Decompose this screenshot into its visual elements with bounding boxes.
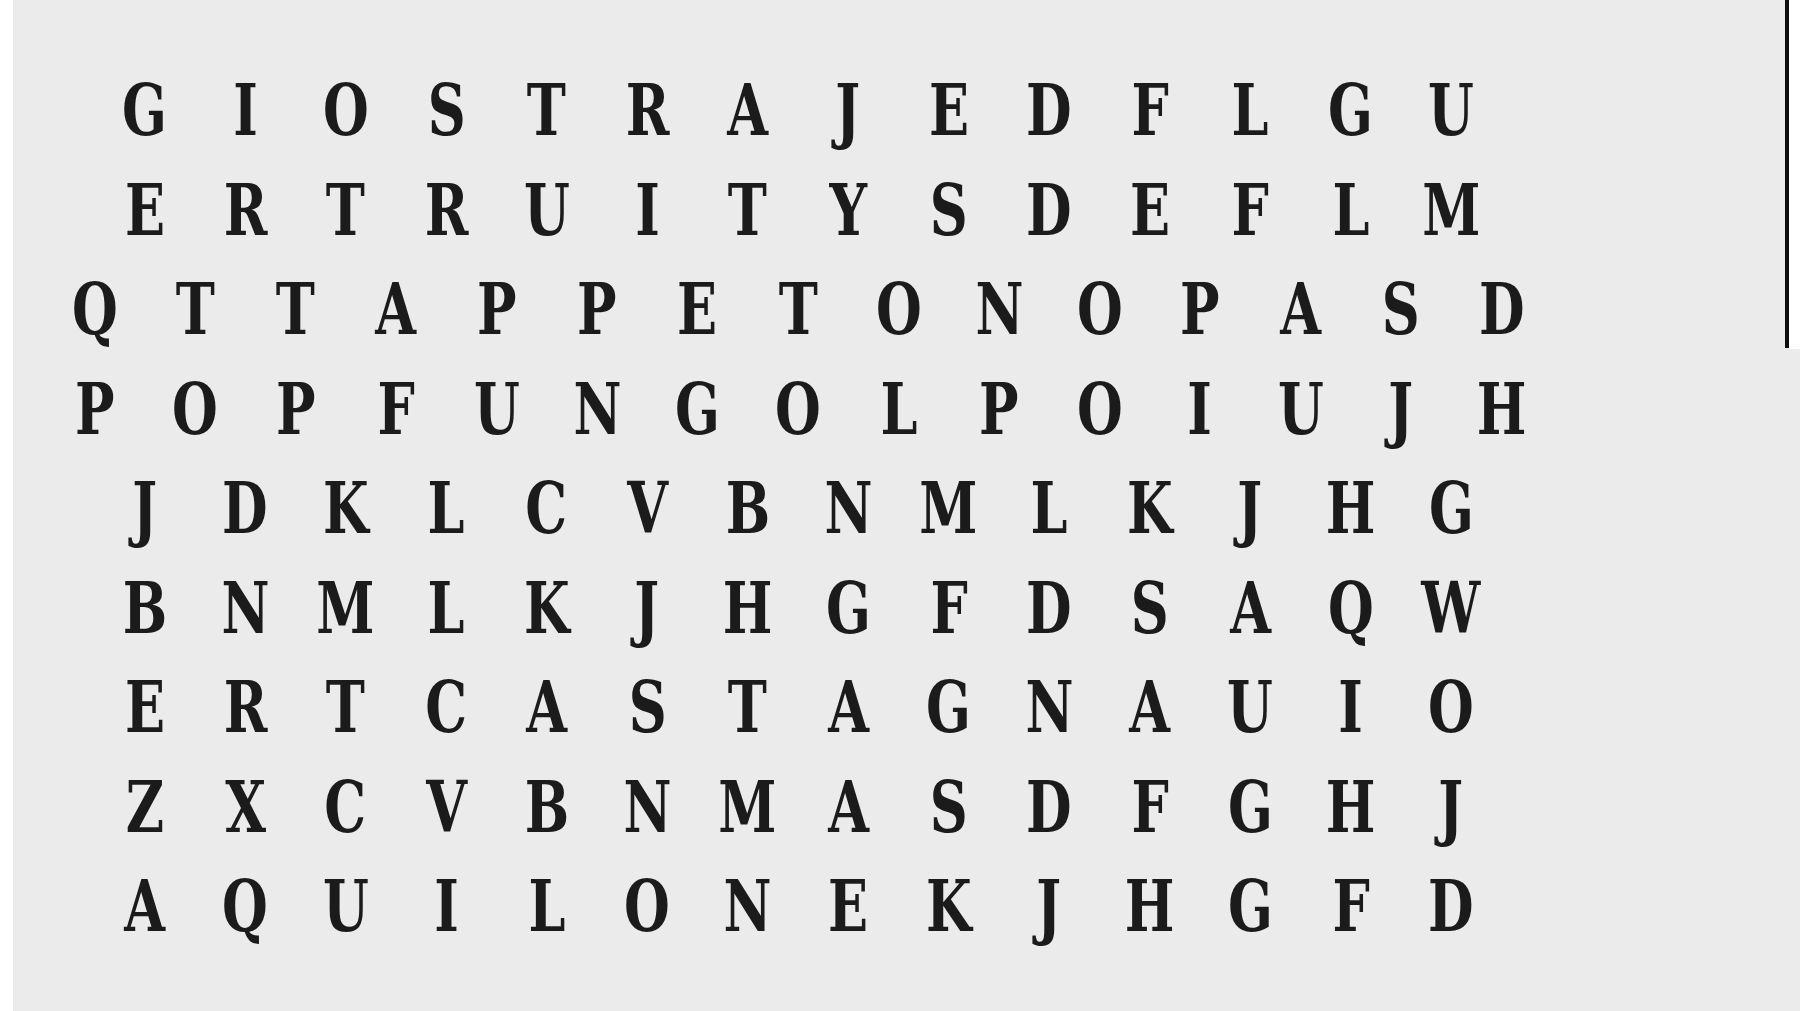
grid-cell[interactable]: E	[899, 59, 1000, 159]
grid-letter: I	[233, 71, 258, 146]
grid-cell[interactable]: P	[446, 258, 547, 358]
grid-cell[interactable]: U	[1401, 59, 1502, 159]
grid-cell[interactable]: F	[1100, 756, 1201, 856]
grid-letter: E	[677, 270, 717, 345]
grid-letter: J	[1238, 469, 1263, 544]
grid-cell[interactable]: C	[396, 656, 497, 756]
grid-cell[interactable]: G	[1401, 457, 1502, 557]
grid-cell[interactable]: L	[396, 457, 497, 557]
grid-letter: F	[1332, 867, 1369, 942]
grid-letter: L	[1232, 71, 1269, 146]
grid-letter: A	[1280, 270, 1321, 345]
grid-cell[interactable]: S	[1351, 258, 1452, 358]
grid-cell[interactable]: L	[1301, 159, 1402, 259]
grid-letter: L	[880, 370, 917, 445]
grid-cell[interactable]: S	[1100, 557, 1201, 657]
board-row: QTTAPPETONOPASD	[13, 258, 1583, 358]
grid-letter: A	[828, 768, 869, 843]
grid-letter: R	[223, 668, 267, 743]
grid-letter: A	[376, 270, 417, 345]
grid-cell[interactable]: A	[95, 855, 196, 955]
grid-cell[interactable]: P	[44, 358, 145, 458]
grid-letter: B	[726, 469, 770, 544]
grid-cell[interactable]: D	[999, 159, 1100, 259]
grid-letter: P	[276, 370, 316, 445]
grid-cell[interactable]: N	[949, 258, 1050, 358]
grid-cell[interactable]: K	[497, 557, 598, 657]
grid-cell[interactable]: A	[1250, 258, 1351, 358]
board-row: AQUILONEKJHGFD	[13, 855, 1583, 955]
board-row: ERTRUITYSDEFLM	[13, 159, 1583, 259]
grid-letter: H	[1326, 469, 1376, 544]
grid-letter: T	[175, 270, 214, 345]
grid-cell[interactable]: B	[497, 756, 598, 856]
grid-cell[interactable]: F	[346, 358, 447, 458]
grid-letter: P	[75, 370, 115, 445]
grid-cell[interactable]: L	[396, 557, 497, 657]
grid-letter: N	[824, 469, 872, 544]
grid-cell[interactable]: F	[1301, 855, 1402, 955]
grid-cell[interactable]: H	[1100, 855, 1201, 955]
grid-cell[interactable]: T	[698, 159, 799, 259]
grid-cell[interactable]: B	[95, 557, 196, 657]
grid-letter: G	[926, 668, 971, 743]
grid-cell[interactable]: V	[396, 756, 497, 856]
grid-letter: Q	[1328, 569, 1374, 644]
grid-letter: A	[1230, 569, 1271, 644]
grid-cell[interactable]: O	[145, 358, 246, 458]
grid-letter: G	[1429, 469, 1474, 544]
grid-letter: V	[627, 469, 668, 544]
grid-letter: P	[577, 270, 617, 345]
grid-letter: I	[635, 171, 660, 246]
grid-cell[interactable]: N	[597, 756, 698, 856]
grid-cell[interactable]: E	[647, 258, 748, 358]
grid-cell[interactable]: S	[899, 159, 1000, 259]
grid-letter: U	[474, 370, 520, 445]
grid-letter: D	[1026, 569, 1072, 644]
grid-cell[interactable]: T	[245, 258, 346, 358]
grid-letter: K	[524, 569, 570, 644]
grid-letter: D	[1428, 867, 1474, 942]
grid-letter: U	[1278, 370, 1324, 445]
grid-letter: C	[526, 469, 568, 544]
grid-cell[interactable]: T	[145, 258, 246, 358]
grid-letter: D	[1026, 171, 1072, 246]
grid-letter: J	[836, 71, 861, 146]
grid-cell[interactable]: T	[748, 258, 849, 358]
grid-letter: F	[377, 370, 414, 445]
grid-cell[interactable]: G	[95, 59, 196, 159]
grid-cell[interactable]: I	[1150, 358, 1251, 458]
grid-cell[interactable]: O	[296, 59, 397, 159]
grid-letter: R	[223, 171, 267, 246]
grid-letter: S	[427, 71, 465, 146]
grid-cell[interactable]: O	[597, 855, 698, 955]
grid-cell[interactable]: A	[1200, 557, 1301, 657]
grid-cell[interactable]: U	[296, 855, 397, 955]
grid-cell[interactable]: S	[899, 756, 1000, 856]
grid-letter: R	[625, 71, 669, 146]
grid-letter: G	[675, 370, 720, 445]
grid-cell[interactable]: K	[1100, 457, 1201, 557]
grid-letter: A	[124, 867, 165, 942]
grid-letter: J	[132, 469, 157, 544]
grid-cell[interactable]: G	[647, 358, 748, 458]
grid-cell[interactable]: E	[95, 159, 196, 259]
grid-cell[interactable]: K	[899, 855, 1000, 955]
grid-letter: M	[920, 469, 978, 544]
grid-cell[interactable]: S	[597, 656, 698, 756]
grid-cell[interactable]: F	[1100, 59, 1201, 159]
grid-letter: S	[930, 768, 968, 843]
grid-letter: B	[123, 569, 167, 644]
grid-letter: E	[125, 171, 165, 246]
grid-cell[interactable]: P	[245, 358, 346, 458]
grid-letter: E	[929, 71, 969, 146]
word-search-board: GIOSTRAJEDFLGUERTRUITYSDEFLMQTTAPPETONOP…	[13, 59, 1583, 955]
grid-cell[interactable]: U	[497, 159, 598, 259]
grid-cell[interactable]: H	[1301, 756, 1402, 856]
grid-letter: T	[326, 171, 365, 246]
grid-cell[interactable]: I	[195, 59, 296, 159]
grid-letter: N	[1025, 668, 1073, 743]
grid-cell[interactable]: S	[396, 59, 497, 159]
grid-letter: A	[1129, 668, 1170, 743]
grid-cell[interactable]: D	[195, 457, 296, 557]
grid-letter: B	[525, 768, 569, 843]
grid-cell[interactable]: T	[296, 656, 397, 756]
grid-cell[interactable]: O	[1401, 656, 1502, 756]
grid-letter: R	[424, 171, 468, 246]
grid-cell[interactable]: P	[949, 358, 1050, 458]
grid-letter: T	[728, 668, 767, 743]
grid-cell[interactable]: Z	[95, 756, 196, 856]
grid-cell[interactable]: H	[1301, 457, 1402, 557]
grid-letter: U	[1428, 71, 1474, 146]
grid-letter: N	[975, 270, 1023, 345]
grid-letter: G	[1228, 768, 1273, 843]
grid-letter: A	[727, 71, 768, 146]
grid-cell[interactable]: U	[446, 358, 547, 458]
grid-cell[interactable]: Q	[1301, 557, 1402, 657]
grid-letter: D	[1026, 768, 1072, 843]
grid-letter: E	[125, 668, 165, 743]
grid-cell[interactable]: C	[497, 457, 598, 557]
grid-letter: O	[172, 370, 218, 445]
grid-cell[interactable]: G	[798, 557, 899, 657]
grid-cell[interactable]: I	[396, 855, 497, 955]
grid-letter: O	[624, 867, 670, 942]
grid-cell[interactable]: D	[999, 557, 1100, 657]
grid-letter: H	[1125, 867, 1175, 942]
grid-cell[interactable]: M	[698, 756, 799, 856]
grid-letter: K	[1127, 469, 1173, 544]
grid-letter: M	[719, 768, 777, 843]
board-row: JDKLCVBNMLKJHG	[13, 457, 1583, 557]
grid-letter: L	[1332, 171, 1369, 246]
grid-letter: G	[1328, 71, 1373, 146]
grid-letter: U	[1227, 668, 1273, 743]
grid-letter: N	[573, 370, 621, 445]
grid-cell[interactable]: G	[1200, 756, 1301, 856]
grid-letter: I	[1338, 668, 1363, 743]
grid-cell[interactable]: J	[999, 855, 1100, 955]
grid-cell[interactable]: B	[698, 457, 799, 557]
grid-cell[interactable]: C	[296, 756, 397, 856]
grid-cell[interactable]: T	[497, 59, 598, 159]
grid-cell[interactable]: A	[346, 258, 447, 358]
grid-letter: F	[1131, 768, 1168, 843]
grid-letter: P	[477, 270, 517, 345]
grid-letter: G	[826, 569, 871, 644]
grid-cell[interactable]: J	[1401, 756, 1502, 856]
grid-cell[interactable]: W	[1401, 557, 1502, 657]
grid-letter: I	[1188, 370, 1213, 445]
grid-letter: J	[1037, 867, 1062, 942]
grid-letter: N	[623, 768, 671, 843]
grid-letter: O	[1077, 370, 1123, 445]
grid-letter: K	[926, 867, 972, 942]
grid-cell[interactable]: N	[698, 855, 799, 955]
grid-letter: E	[828, 867, 868, 942]
grid-letter: S	[1131, 569, 1169, 644]
grid-letter: A	[526, 668, 567, 743]
grid-letter: J	[635, 569, 660, 644]
grid-cell[interactable]: U	[1250, 358, 1351, 458]
grid-cell[interactable]: V	[597, 457, 698, 557]
grid-letter: Z	[126, 768, 164, 843]
grid-cell[interactable]: F	[899, 557, 1000, 657]
grid-cell[interactable]: E	[1100, 159, 1201, 259]
grid-letter: M	[317, 569, 375, 644]
grid-cell[interactable]: L	[848, 358, 949, 458]
grid-cell[interactable]: D	[1451, 258, 1552, 358]
grid-letter: F	[930, 569, 967, 644]
page-root: { "game": "word-search", "board": { "row…	[0, 0, 1800, 1011]
grid-letter: C	[425, 668, 467, 743]
grid-letter: F	[1232, 171, 1269, 246]
grid-cell[interactable]: P	[547, 258, 648, 358]
grid-letter: T	[728, 171, 767, 246]
grid-letter: O	[775, 370, 821, 445]
grid-cell[interactable]: P	[1150, 258, 1251, 358]
grid-letter: P	[1180, 270, 1220, 345]
board-row: GIOSTRAJEDFLGU	[13, 59, 1583, 159]
grid-cell[interactable]: A	[1100, 656, 1201, 756]
grid-letter: T	[326, 668, 365, 743]
grid-cell[interactable]: X	[195, 756, 296, 856]
grid-letter: F	[1131, 71, 1168, 146]
grid-cell[interactable]: R	[396, 159, 497, 259]
grid-letter: L	[528, 867, 565, 942]
grid-letter: H	[723, 569, 773, 644]
grid-letter: J	[1439, 768, 1464, 843]
grid-letter: N	[724, 867, 772, 942]
grid-cell[interactable]: R	[597, 59, 698, 159]
grid-cell[interactable]: D	[999, 59, 1100, 159]
grid-letter: L	[1031, 469, 1068, 544]
grid-cell[interactable]: O	[848, 258, 949, 358]
grid-letter: I	[434, 867, 459, 942]
grid-cell[interactable]: N	[798, 457, 899, 557]
right-edge-strip	[1789, 0, 1800, 349]
grid-letter: L	[428, 569, 465, 644]
grid-cell[interactable]: J	[1200, 457, 1301, 557]
grid-cell[interactable]: T	[698, 656, 799, 756]
grid-cell[interactable]: E	[798, 855, 899, 955]
grid-letter: D	[222, 469, 268, 544]
grid-cell[interactable]: J	[597, 557, 698, 657]
grid-cell[interactable]: A	[698, 59, 799, 159]
grid-letter: V	[426, 768, 467, 843]
grid-letter: P	[979, 370, 1019, 445]
grid-letter: E	[1130, 171, 1170, 246]
grid-cell[interactable]: N	[547, 358, 648, 458]
grid-letter: S	[1382, 270, 1420, 345]
grid-cell[interactable]: J	[798, 59, 899, 159]
left-margin-strip	[0, 0, 13, 1011]
grid-letter: Q	[72, 270, 118, 345]
board-row: BNMLKJHGFDSAQW	[13, 557, 1583, 657]
grid-letter: G	[1228, 867, 1273, 942]
grid-cell[interactable]: G	[1200, 855, 1301, 955]
grid-letter: H	[1326, 768, 1376, 843]
scrollbar-thumb[interactable]	[1785, 0, 1789, 348]
grid-cell[interactable]: U	[1200, 656, 1301, 756]
grid-cell[interactable]: L	[1200, 59, 1301, 159]
grid-letter: D	[1479, 270, 1525, 345]
grid-cell[interactable]: L	[497, 855, 598, 955]
grid-cell[interactable]: N	[999, 656, 1100, 756]
grid-cell[interactable]: J	[1351, 358, 1452, 458]
grid-letter: O	[323, 71, 369, 146]
grid-letter: A	[828, 668, 869, 743]
grid-cell[interactable]: T	[296, 159, 397, 259]
grid-cell[interactable]: Q	[195, 855, 296, 955]
grid-cell[interactable]: R	[195, 656, 296, 756]
grid-cell[interactable]: G	[899, 656, 1000, 756]
grid-cell[interactable]: I	[1301, 656, 1402, 756]
grid-letter: C	[325, 768, 367, 843]
grid-cell[interactable]: M	[1401, 159, 1502, 259]
grid-cell[interactable]: A	[798, 756, 899, 856]
grid-letter: O	[1077, 270, 1123, 345]
grid-cell[interactable]: M	[296, 557, 397, 657]
grid-cell[interactable]: E	[95, 656, 196, 756]
grid-letter: X	[225, 768, 266, 843]
grid-letter: S	[628, 668, 666, 743]
grid-letter: S	[930, 171, 968, 246]
grid-cell[interactable]: N	[195, 557, 296, 657]
grid-cell[interactable]: H	[698, 557, 799, 657]
grid-cell[interactable]: O	[748, 358, 849, 458]
grid-letter: D	[1026, 71, 1072, 146]
grid-letter: H	[1477, 370, 1527, 445]
grid-cell[interactable]: D	[999, 756, 1100, 856]
grid-letter: T	[527, 71, 566, 146]
grid-cell[interactable]: D	[1401, 855, 1502, 955]
grid-letter: N	[221, 569, 269, 644]
grid-letter: M	[1422, 171, 1480, 246]
board-row: POPFUNGOLPOIUJH	[13, 358, 1583, 458]
grid-cell[interactable]: A	[497, 656, 598, 756]
grid-cell[interactable]: J	[95, 457, 196, 557]
grid-letter: G	[122, 71, 167, 146]
grid-letter: U	[524, 171, 570, 246]
grid-letter: O	[1428, 668, 1474, 743]
grid-letter: Y	[829, 171, 867, 246]
grid-cell[interactable]: I	[597, 159, 698, 259]
grid-letter: K	[323, 469, 369, 544]
grid-cell[interactable]: Y	[798, 159, 899, 259]
grid-cell[interactable]: R	[195, 159, 296, 259]
grid-letter: T	[276, 270, 315, 345]
grid-letter: Q	[222, 867, 268, 942]
grid-letter: O	[876, 270, 922, 345]
grid-cell[interactable]: O	[1049, 358, 1150, 458]
grid-cell[interactable]: Q	[44, 258, 145, 358]
grid-cell[interactable]: G	[1301, 59, 1402, 159]
grid-letter: U	[323, 867, 369, 942]
grid-cell[interactable]: O	[1049, 258, 1150, 358]
grid-letter: W	[1422, 569, 1481, 644]
board-row: ERTCASTAGNAUIO	[13, 656, 1583, 756]
board-row: ZXCVBNMASDFGHJ	[13, 756, 1583, 856]
grid-letter: T	[778, 270, 817, 345]
grid-cell[interactable]: A	[798, 656, 899, 756]
grid-cell[interactable]: M	[899, 457, 1000, 557]
grid-cell[interactable]: L	[999, 457, 1100, 557]
grid-cell[interactable]: F	[1200, 159, 1301, 259]
grid-cell[interactable]: H	[1451, 358, 1552, 458]
grid-letter: L	[428, 469, 465, 544]
grid-letter: J	[1389, 370, 1414, 445]
grid-cell[interactable]: K	[296, 457, 397, 557]
